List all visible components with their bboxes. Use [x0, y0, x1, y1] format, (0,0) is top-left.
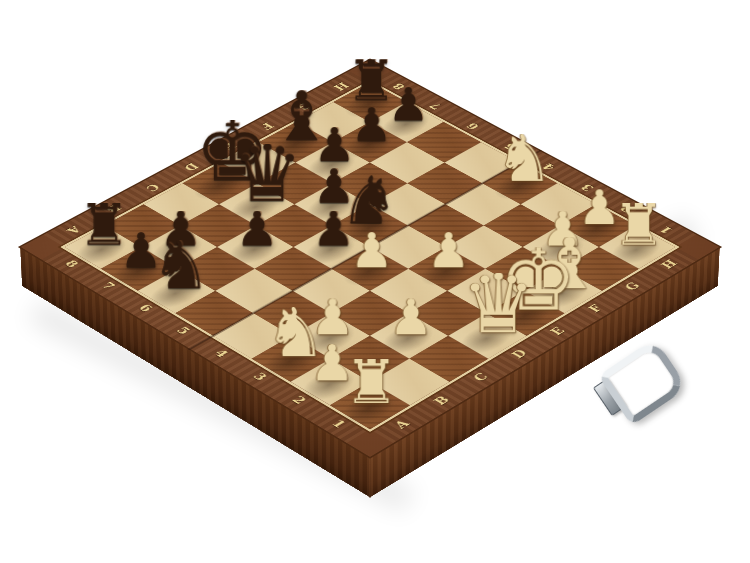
- piece-white-pawn-d4[interactable]: ♟: [344, 232, 398, 270]
- piece-white-queen-d1[interactable]: ♛: [461, 273, 516, 337]
- piece-black-knight-a6[interactable]: ♞: [151, 240, 206, 292]
- piece-black-pawn-c6[interactable]: ♟: [230, 210, 284, 247]
- perspective-scene: ABCDEFGH ABCDEFGH 87654321 87654321 ♜♚♝♜…: [0, 0, 750, 563]
- playing-area: ♜♚♝♜♟♟♛♟♟♟♞♟♟♟♞♟♞♞♟♟♟♟♟♟♜♛♚♝♜: [65, 82, 676, 429]
- product-photo-stage: ABCDEFGH ABCDEFGH 87654321 87654321 ♜♚♝♜…: [0, 0, 750, 563]
- piece-white-rook-h1[interactable]: ♜: [612, 203, 666, 248]
- piece-white-pawn-c2[interactable]: ♟: [383, 298, 438, 336]
- piece-white-rook-a1[interactable]: ♜: [343, 359, 400, 406]
- piece-black-queen-d7[interactable]: ♛: [232, 144, 285, 206]
